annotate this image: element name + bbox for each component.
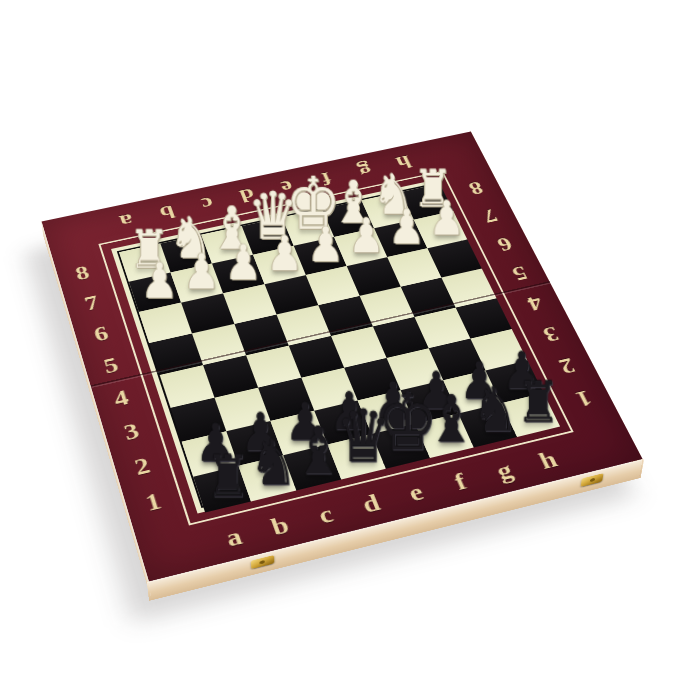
brass-clasp-icon [581,473,604,487]
black-rook-a1[interactable]: ♜ [205,447,249,505]
white-pawn-c7[interactable]: ♟ [225,239,262,288]
white-pawn-e7[interactable]: ♟ [307,221,344,269]
brass-clasp-icon [251,555,274,569]
black-queen-d1[interactable]: ♛ [335,400,390,473]
black-knight-g1[interactable]: ♞ [471,379,518,441]
black-bishop-c1[interactable]: ♝ [293,418,343,483]
chess-box: abcdefgh abcdefgh 87654321 87654321 ♜♞♝♛… [41,132,642,582]
white-pawn-d7[interactable]: ♟ [266,230,303,278]
white-pawn-g7[interactable]: ♟ [389,204,425,252]
black-rook-h1[interactable]: ♜ [516,374,559,431]
white-pawn-b7[interactable]: ♟ [183,248,220,297]
photo-background: abcdefgh abcdefgh 87654321 87654321 ♜♞♝♛… [0,0,700,700]
white-pawn-a7[interactable]: ♟ [141,257,178,306]
white-pawn-f7[interactable]: ♟ [348,212,384,260]
black-knight-b1[interactable]: ♞ [249,431,297,494]
